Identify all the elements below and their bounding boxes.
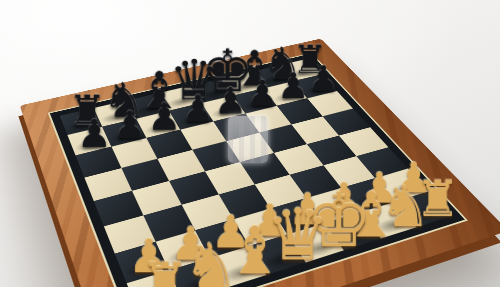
- photo-backdrop: ♜♞♝♛♚♝♞♜♟♟♟♟♟♟♟♟♟♟♟♟♟♟♟♟♜♞♝♛♚♝♞♜: [0, 0, 500, 287]
- piece-black-queen: ♛: [169, 53, 203, 109]
- square-h8[interactable]: ♜: [279, 59, 322, 81]
- piece-black-rook: ♜: [292, 40, 324, 79]
- square-a6[interactable]: [76, 147, 122, 178]
- watermark: [228, 116, 268, 163]
- piece-white-rook: ♜: [415, 174, 456, 223]
- piece-white-pawn: ♟: [210, 209, 253, 254]
- board-grid: ♜♞♝♛♚♝♞♜♟♟♟♟♟♟♟♟♟♟♟♟♟♟♟♟♜♞♝♛♚♝♞♜: [60, 59, 452, 287]
- piece-black-king: ♚: [201, 42, 235, 100]
- board-surface: ♜♞♝♛♚♝♞♜♟♟♟♟♟♟♟♟♟♟♟♟♟♟♟♟♜♞♝♛♚♝♞♜: [48, 53, 468, 287]
